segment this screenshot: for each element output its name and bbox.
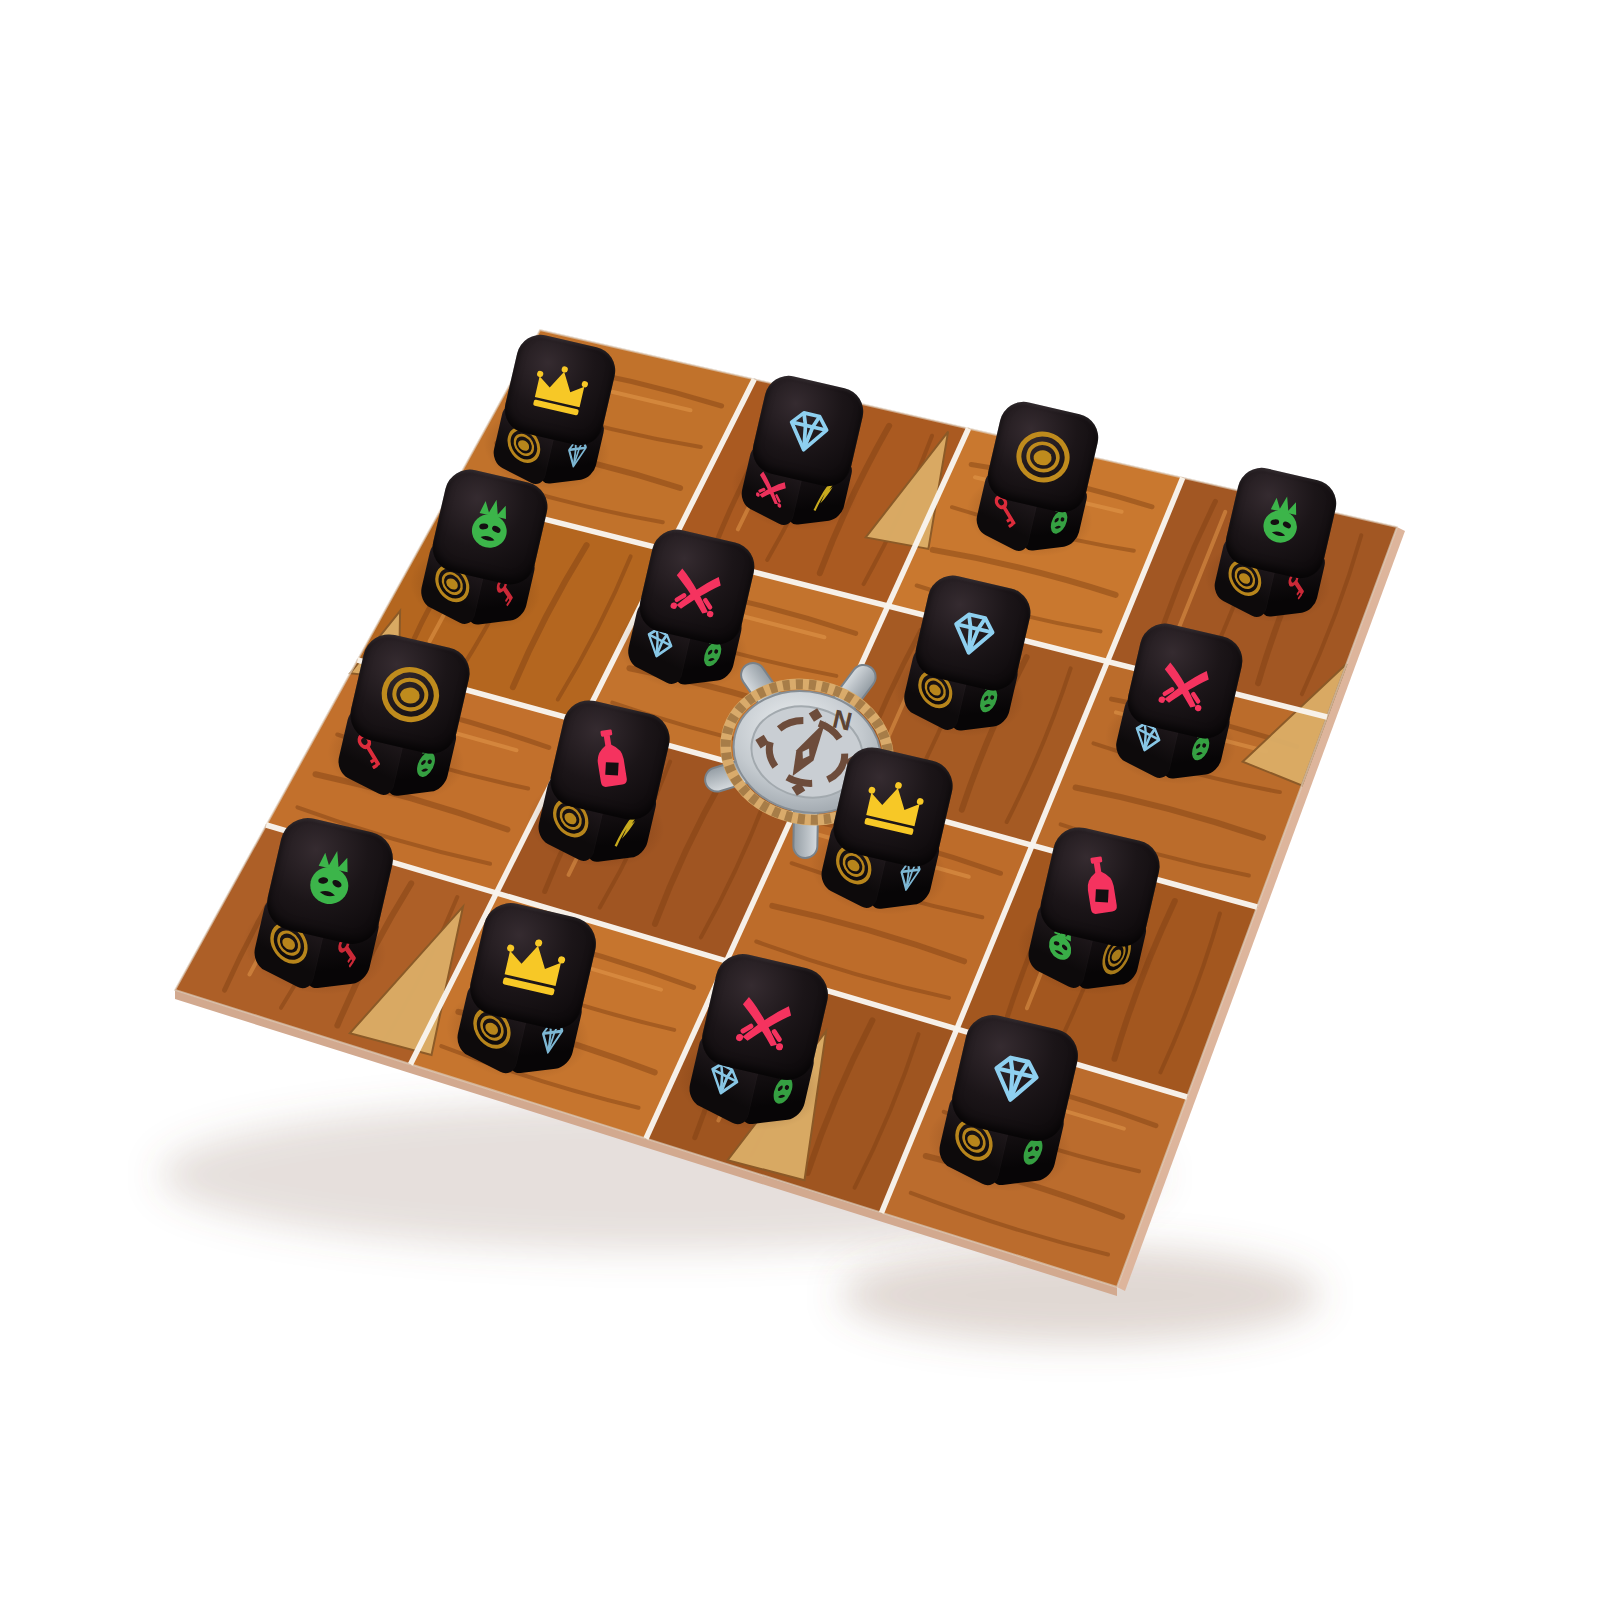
bottle-icon — [1060, 847, 1140, 927]
crown-icon — [853, 767, 933, 847]
coin-icon — [370, 654, 450, 734]
die-r3c4[interactable] — [1022, 822, 1165, 1009]
die-r2c1[interactable] — [415, 465, 553, 645]
bottle-icon — [570, 720, 650, 800]
crown-icon — [523, 353, 597, 427]
die-r2c2[interactable] — [622, 525, 760, 705]
diamond-icon — [771, 394, 845, 468]
pirate-face-icon — [451, 488, 528, 565]
diamond-icon — [934, 594, 1011, 671]
die-r4c1[interactable] — [248, 813, 399, 1011]
die-r2c4[interactable] — [1110, 619, 1248, 799]
coin-icon — [1006, 420, 1080, 494]
die-r1c3[interactable] — [971, 397, 1103, 571]
swords-icon — [723, 975, 808, 1060]
die-r4c2[interactable] — [451, 898, 602, 1096]
die-r3c3[interactable] — [815, 742, 958, 929]
swords-icon — [658, 548, 735, 625]
crown-icon — [491, 924, 576, 1009]
die-r3c2[interactable] — [532, 695, 675, 882]
die-r2c3[interactable] — [898, 571, 1036, 751]
swords-icon — [1146, 642, 1223, 719]
pirate-face-icon — [1244, 486, 1318, 560]
die-r4c3[interactable] — [683, 949, 834, 1147]
diamond-icon — [973, 1036, 1058, 1121]
die-r4c4[interactable] — [933, 1010, 1084, 1208]
die-r1c2[interactable] — [736, 371, 868, 545]
die-r3c1[interactable] — [332, 629, 475, 816]
dice-layer — [0, 0, 1600, 1600]
pirate-face-icon — [288, 839, 373, 924]
photo-stage: N — [0, 0, 1600, 1600]
die-r1c4[interactable] — [1209, 463, 1341, 637]
